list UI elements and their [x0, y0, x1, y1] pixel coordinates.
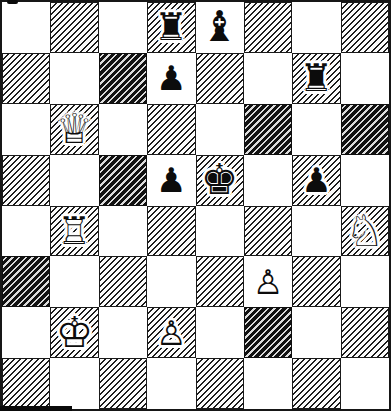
square-a2[interactable]: [2, 307, 50, 358]
square-e3[interactable]: [196, 256, 244, 307]
black-pawn[interactable]: ♟: [156, 61, 186, 95]
square-g7[interactable]: ♜: [292, 53, 340, 104]
square-h8[interactable]: [341, 2, 389, 53]
square-a3[interactable]: [2, 256, 50, 307]
square-h5[interactable]: [341, 155, 389, 206]
square-a5[interactable]: [2, 155, 50, 206]
square-f1[interactable]: [244, 358, 292, 409]
square-e4[interactable]: [196, 206, 244, 257]
square-b3[interactable]: [50, 256, 98, 307]
square-c4[interactable]: [99, 206, 147, 257]
square-f6[interactable]: [244, 104, 292, 155]
square-c6[interactable]: [99, 104, 147, 155]
square-g1[interactable]: [292, 358, 340, 409]
square-c7[interactable]: [99, 53, 147, 104]
square-h7[interactable]: [341, 53, 389, 104]
square-b8[interactable]: [50, 2, 98, 53]
square-e7[interactable]: [196, 53, 244, 104]
chess-board: ♜♝♟♜♕♟♚♟♖♘♙♔♙: [0, 0, 391, 411]
black-pawn[interactable]: ♟: [156, 163, 186, 197]
square-g6[interactable]: [292, 104, 340, 155]
square-h3[interactable]: [341, 256, 389, 307]
square-e1[interactable]: [196, 358, 244, 409]
square-a8[interactable]: [2, 2, 50, 53]
square-d5[interactable]: ♟: [147, 155, 195, 206]
square-a1[interactable]: [2, 358, 50, 409]
square-f7[interactable]: [244, 53, 292, 104]
square-g5[interactable]: ♟: [292, 155, 340, 206]
white-queen[interactable]: ♕: [56, 109, 93, 150]
square-e2[interactable]: [196, 307, 244, 358]
square-b7[interactable]: [50, 53, 98, 104]
square-g3[interactable]: [292, 256, 340, 307]
white-king[interactable]: ♔: [56, 312, 94, 354]
square-b1[interactable]: [50, 358, 98, 409]
square-e8[interactable]: ♝: [196, 2, 244, 53]
black-bishop[interactable]: ♝: [201, 6, 239, 48]
square-h1[interactable]: [341, 358, 389, 409]
square-f5[interactable]: [244, 155, 292, 206]
square-b6[interactable]: ♕: [50, 104, 98, 155]
square-e6[interactable]: [196, 104, 244, 155]
black-king[interactable]: ♚: [201, 159, 239, 201]
square-d4[interactable]: [147, 206, 195, 257]
square-c3[interactable]: [99, 256, 147, 307]
square-f4[interactable]: [244, 206, 292, 257]
square-d7[interactable]: ♟: [147, 53, 195, 104]
square-f2[interactable]: [244, 307, 292, 358]
square-b5[interactable]: [50, 155, 98, 206]
square-d6[interactable]: [147, 104, 195, 155]
square-g8[interactable]: [292, 2, 340, 53]
square-d8[interactable]: ♜: [147, 2, 195, 53]
square-c2[interactable]: [99, 307, 147, 358]
square-c8[interactable]: [99, 2, 147, 53]
white-pawn[interactable]: ♙: [156, 316, 186, 350]
black-rook[interactable]: ♜: [299, 59, 333, 97]
square-f8[interactable]: [244, 2, 292, 53]
square-a7[interactable]: [2, 53, 50, 104]
ink-smudge-bottom: [0, 406, 72, 411]
square-h2[interactable]: [341, 307, 389, 358]
square-c5[interactable]: [99, 155, 147, 206]
square-b4[interactable]: ♖: [50, 206, 98, 257]
square-a6[interactable]: [2, 104, 50, 155]
white-rook[interactable]: ♖: [58, 212, 92, 250]
white-pawn[interactable]: ♙: [253, 265, 283, 299]
chess-diagram: ♜♝♟♜♕♟♚♟♖♘♙♔♙: [0, 0, 391, 411]
square-e5[interactable]: ♚: [196, 155, 244, 206]
square-h4[interactable]: ♘: [341, 206, 389, 257]
square-g4[interactable]: [292, 206, 340, 257]
square-d3[interactable]: [147, 256, 195, 307]
square-d1[interactable]: [147, 358, 195, 409]
square-h6[interactable]: [341, 104, 389, 155]
square-f3[interactable]: ♙: [244, 256, 292, 307]
black-pawn[interactable]: ♟: [301, 163, 331, 197]
square-c1[interactable]: [99, 358, 147, 409]
square-d2[interactable]: ♙: [147, 307, 195, 358]
black-rook[interactable]: ♜: [154, 8, 188, 46]
square-a4[interactable]: [2, 206, 50, 257]
white-knight[interactable]: ♘: [345, 209, 384, 253]
square-g2[interactable]: [292, 307, 340, 358]
square-b2[interactable]: ♔: [50, 307, 98, 358]
ink-smudge-top: [7, 0, 18, 4]
